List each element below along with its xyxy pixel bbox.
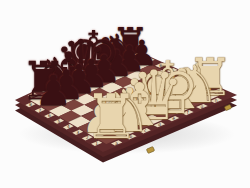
rank-label: 5 <box>57 119 60 124</box>
piece-white-rook-a1[interactable]: ♜ <box>71 86 151 147</box>
chess-set-photo: aa88bb77cc66dd55ee44ff33gg22hh11 ♜♞♝♛♚♝♞… <box>0 0 250 188</box>
